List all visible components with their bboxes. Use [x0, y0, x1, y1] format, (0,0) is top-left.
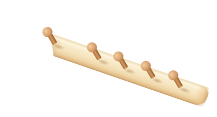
peg: [40, 24, 62, 48]
coat-rack-photo: Wooden wall-mounted coat rack rail with …: [40, 16, 217, 117]
coat-rack: [43, 33, 211, 108]
photo-caption: Wooden wall-mounted coat rack rail with …: [40, 16, 41, 17]
